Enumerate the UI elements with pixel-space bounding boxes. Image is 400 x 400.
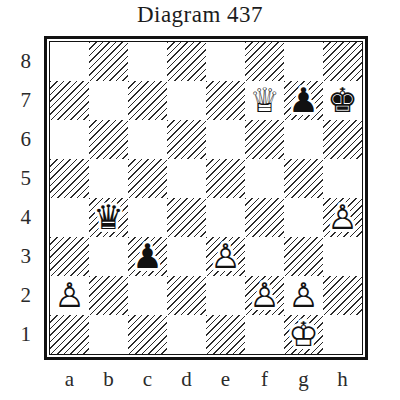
file-label-h: h: [323, 363, 362, 395]
square-a3[interactable]: [50, 237, 89, 276]
square-g8[interactable]: [284, 42, 323, 81]
square-e2[interactable]: [206, 276, 245, 315]
diagram-title: Diagram 437: [0, 2, 400, 28]
square-f3[interactable]: [245, 237, 284, 276]
square-a1[interactable]: [50, 315, 89, 354]
black-king: ♚♚: [323, 81, 362, 120]
square-g3[interactable]: [284, 237, 323, 276]
rank-labels: 87654321: [0, 42, 38, 354]
white-pawn: ♟♙: [323, 198, 362, 237]
square-e3[interactable]: ♟♙: [206, 237, 245, 276]
white-pawn-glyph: ♙: [210, 237, 240, 276]
square-h8[interactable]: [323, 42, 362, 81]
rank-label-2: 2: [0, 276, 38, 315]
square-c4[interactable]: [128, 198, 167, 237]
white-pawn-glyph: ♙: [327, 198, 357, 237]
square-d4[interactable]: [167, 198, 206, 237]
white-pawn-glyph: ♙: [288, 276, 318, 315]
square-a5[interactable]: [50, 159, 89, 198]
square-g5[interactable]: [284, 159, 323, 198]
square-d2[interactable]: [167, 276, 206, 315]
rank-label-6: 6: [0, 120, 38, 159]
square-b6[interactable]: [89, 120, 128, 159]
square-h6[interactable]: [323, 120, 362, 159]
square-f1[interactable]: [245, 315, 284, 354]
file-label-f: f: [245, 363, 284, 395]
black-queen: ♛♛: [89, 198, 128, 237]
file-labels: abcdefgh: [50, 363, 362, 395]
square-f6[interactable]: [245, 120, 284, 159]
square-f5[interactable]: [245, 159, 284, 198]
square-e4[interactable]: [206, 198, 245, 237]
black-pawn-glyph: ♟: [132, 237, 162, 276]
rank-label-4: 4: [0, 198, 38, 237]
square-b2[interactable]: [89, 276, 128, 315]
square-h2[interactable]: [323, 276, 362, 315]
white-pawn: ♟♙: [245, 276, 284, 315]
rank-label-8: 8: [0, 42, 38, 81]
square-d6[interactable]: [167, 120, 206, 159]
square-h5[interactable]: [323, 159, 362, 198]
rank-label-5: 5: [0, 159, 38, 198]
file-label-c: c: [128, 363, 167, 395]
white-king-glyph: ♔: [288, 315, 318, 354]
file-label-e: e: [206, 363, 245, 395]
square-d8[interactable]: [167, 42, 206, 81]
square-b7[interactable]: [89, 81, 128, 120]
white-pawn: ♟♙: [50, 276, 89, 315]
black-pawn: ♟♟: [284, 81, 323, 120]
square-h1[interactable]: [323, 315, 362, 354]
file-label-a: a: [50, 363, 89, 395]
square-a4[interactable]: [50, 198, 89, 237]
rank-label-3: 3: [0, 237, 38, 276]
white-pawn-glyph: ♙: [54, 276, 84, 315]
file-label-d: d: [167, 363, 206, 395]
square-f8[interactable]: [245, 42, 284, 81]
white-pawn: ♟♙: [284, 276, 323, 315]
square-a7[interactable]: [50, 81, 89, 120]
white-pawn-glyph: ♙: [249, 276, 279, 315]
square-c3[interactable]: ♟♟: [128, 237, 167, 276]
square-f2[interactable]: ♟♙: [245, 276, 284, 315]
square-b3[interactable]: [89, 237, 128, 276]
black-pawn-glyph: ♟: [288, 81, 318, 120]
file-label-b: b: [89, 363, 128, 395]
square-c7[interactable]: [128, 81, 167, 120]
square-g6[interactable]: [284, 120, 323, 159]
square-e7[interactable]: [206, 81, 245, 120]
square-e1[interactable]: [206, 315, 245, 354]
square-b5[interactable]: [89, 159, 128, 198]
square-a2[interactable]: ♟♙: [50, 276, 89, 315]
square-h4[interactable]: ♟♙: [323, 198, 362, 237]
square-g1[interactable]: ♚♔: [284, 315, 323, 354]
diagram-page: Diagram 437 ♛♕♟♟♚♚♛♛♟♙♟♟♟♙♟♙♟♙♟♙♚♔ 87654…: [0, 0, 400, 400]
square-g7[interactable]: ♟♟: [284, 81, 323, 120]
white-king: ♚♔: [284, 315, 323, 354]
black-queen-glyph: ♛: [93, 198, 123, 237]
square-c5[interactable]: [128, 159, 167, 198]
chess-board: ♛♕♟♟♚♚♛♛♟♙♟♟♟♙♟♙♟♙♟♙♚♔: [49, 41, 363, 355]
white-queen-glyph: ♕: [249, 81, 279, 120]
square-b8[interactable]: [89, 42, 128, 81]
white-queen: ♛♕: [245, 81, 284, 120]
square-h3[interactable]: [323, 237, 362, 276]
square-a6[interactable]: [50, 120, 89, 159]
square-d5[interactable]: [167, 159, 206, 198]
square-b4[interactable]: ♛♛: [89, 198, 128, 237]
square-c8[interactable]: [128, 42, 167, 81]
chess-board-frame: ♛♕♟♟♚♚♛♛♟♙♟♟♟♙♟♙♟♙♟♙♚♔: [44, 36, 368, 360]
square-a8[interactable]: [50, 42, 89, 81]
square-e8[interactable]: [206, 42, 245, 81]
square-d1[interactable]: [167, 315, 206, 354]
rank-label-7: 7: [0, 81, 38, 120]
square-e6[interactable]: [206, 120, 245, 159]
square-g2[interactable]: ♟♙: [284, 276, 323, 315]
rank-label-1: 1: [0, 315, 38, 354]
square-f4[interactable]: [245, 198, 284, 237]
white-pawn: ♟♙: [206, 237, 245, 276]
square-d3[interactable]: [167, 237, 206, 276]
black-king-glyph: ♚: [327, 81, 357, 120]
black-pawn: ♟♟: [128, 237, 167, 276]
square-g4[interactable]: [284, 198, 323, 237]
square-e5[interactable]: [206, 159, 245, 198]
square-c1[interactable]: [128, 315, 167, 354]
square-c6[interactable]: [128, 120, 167, 159]
square-f7[interactable]: ♛♕: [245, 81, 284, 120]
square-d7[interactable]: [167, 81, 206, 120]
square-c2[interactable]: [128, 276, 167, 315]
square-h7[interactable]: ♚♚: [323, 81, 362, 120]
square-b1[interactable]: [89, 315, 128, 354]
file-label-g: g: [284, 363, 323, 395]
